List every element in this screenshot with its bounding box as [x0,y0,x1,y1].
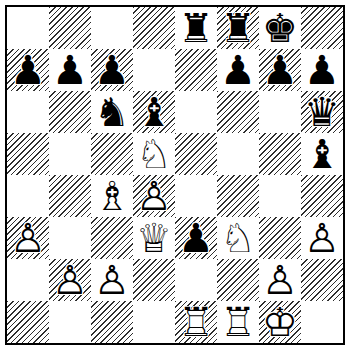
square-a3[interactable]: ♟♙ [7,217,49,259]
square-f5[interactable] [217,133,259,175]
piece-white-pawn[interactable]: ♟♙ [259,259,301,301]
piece-black-knight[interactable]: ♞ [91,91,133,133]
piece-outline-glyph: ♔ [259,301,301,343]
piece-black-pawn[interactable]: ♟ [175,217,217,259]
piece-glyph: ♟ [301,49,343,91]
square-a4[interactable] [7,175,49,217]
square-c5[interactable] [91,133,133,175]
piece-glyph: ♟ [217,49,259,91]
piece-glyph: ♜ [217,7,259,49]
piece-black-bishop[interactable]: ♝ [301,133,343,175]
square-f1[interactable]: ♜♖ [217,301,259,343]
piece-black-pawn[interactable]: ♟ [49,49,91,91]
square-e2[interactable] [175,259,217,301]
square-c6[interactable]: ♞ [91,91,133,133]
piece-white-queen[interactable]: ♛♕ [133,217,175,259]
square-e4[interactable] [175,175,217,217]
piece-black-king[interactable]: ♚ [259,7,301,49]
square-c4[interactable]: ♝♗ [91,175,133,217]
square-h7[interactable]: ♟ [301,49,343,91]
square-f3[interactable]: ♞♘ [217,217,259,259]
piece-black-pawn[interactable]: ♟ [91,49,133,91]
square-b5[interactable] [49,133,91,175]
square-c2[interactable]: ♟♙ [91,259,133,301]
piece-outline-glyph: ♙ [301,217,343,259]
square-g4[interactable] [259,175,301,217]
piece-outline-glyph: ♗ [91,175,133,217]
piece-white-rook[interactable]: ♜♖ [175,301,217,343]
square-c7[interactable]: ♟ [91,49,133,91]
square-a7[interactable]: ♟ [7,49,49,91]
piece-glyph: ♜ [175,7,217,49]
square-e1[interactable]: ♜♖ [175,301,217,343]
square-h4[interactable] [301,175,343,217]
piece-glyph: ♛ [301,91,343,133]
square-a8[interactable] [7,7,49,49]
square-h3[interactable]: ♟♙ [301,217,343,259]
square-d5[interactable]: ♞♘ [133,133,175,175]
square-b6[interactable] [49,91,91,133]
square-h2[interactable] [301,259,343,301]
square-d1[interactable] [133,301,175,343]
piece-glyph: ♟ [91,49,133,91]
square-g6[interactable] [259,91,301,133]
piece-glyph: ♟ [7,49,49,91]
square-f2[interactable] [217,259,259,301]
piece-outline-glyph: ♕ [133,217,175,259]
piece-black-pawn[interactable]: ♟ [7,49,49,91]
square-a2[interactable] [7,259,49,301]
square-g2[interactable]: ♟♙ [259,259,301,301]
piece-black-queen[interactable]: ♛ [301,91,343,133]
square-g7[interactable]: ♟ [259,49,301,91]
square-f6[interactable] [217,91,259,133]
piece-white-pawn[interactable]: ♟♙ [49,259,91,301]
piece-glyph: ♚ [259,7,301,49]
piece-black-bishop[interactable]: ♝ [133,91,175,133]
square-d3[interactable]: ♛♕ [133,217,175,259]
square-a1[interactable] [7,301,49,343]
square-c1[interactable] [91,301,133,343]
piece-outline-glyph: ♖ [217,301,259,343]
square-g5[interactable] [259,133,301,175]
piece-outline-glyph: ♙ [259,259,301,301]
piece-glyph: ♟ [175,217,217,259]
piece-black-pawn[interactable]: ♟ [259,49,301,91]
piece-glyph: ♝ [301,133,343,175]
square-b4[interactable] [49,175,91,217]
square-b3[interactable] [49,217,91,259]
square-f4[interactable] [217,175,259,217]
square-d4[interactable]: ♟♙ [133,175,175,217]
square-c8[interactable] [91,7,133,49]
piece-outline-glyph: ♙ [7,217,49,259]
piece-white-pawn[interactable]: ♟♙ [7,217,49,259]
piece-outline-glyph: ♙ [91,259,133,301]
piece-white-knight[interactable]: ♞♘ [217,217,259,259]
piece-black-pawn[interactable]: ♟ [301,49,343,91]
piece-outline-glyph: ♙ [133,175,175,217]
square-h5[interactable]: ♝ [301,133,343,175]
piece-black-pawn[interactable]: ♟ [217,49,259,91]
square-d7[interactable] [133,49,175,91]
chess-board-frame: ♜♜♚♟♟♟♟♟♟♞♝♛♞♘♝♝♗♟♙♟♙♛♕♟♞♘♟♙♟♙♟♙♟♙♜♖♜♖♚♔ [5,5,345,345]
piece-glyph: ♝ [133,91,175,133]
piece-black-rook[interactable]: ♜ [175,7,217,49]
square-g1[interactable]: ♚♔ [259,301,301,343]
piece-outline-glyph: ♙ [49,259,91,301]
chess-board: ♜♜♚♟♟♟♟♟♟♞♝♛♞♘♝♝♗♟♙♟♙♛♕♟♞♘♟♙♟♙♟♙♟♙♜♖♜♖♚♔ [7,7,343,343]
square-f7[interactable]: ♟ [217,49,259,91]
square-e3[interactable]: ♟ [175,217,217,259]
piece-glyph: ♞ [91,91,133,133]
piece-white-king[interactable]: ♚♔ [259,301,301,343]
piece-white-bishop[interactable]: ♝♗ [91,175,133,217]
piece-black-rook[interactable]: ♜ [217,7,259,49]
piece-white-pawn[interactable]: ♟♙ [91,259,133,301]
square-d2[interactable] [133,259,175,301]
piece-white-pawn[interactable]: ♟♙ [301,217,343,259]
piece-outline-glyph: ♘ [133,133,175,175]
square-h1[interactable] [301,301,343,343]
square-e6[interactable] [175,91,217,133]
square-b1[interactable] [49,301,91,343]
piece-outline-glyph: ♖ [175,301,217,343]
square-b8[interactable] [49,7,91,49]
square-b7[interactable]: ♟ [49,49,91,91]
square-g8[interactable]: ♚ [259,7,301,49]
square-h6[interactable]: ♛ [301,91,343,133]
square-a5[interactable] [7,133,49,175]
piece-white-rook[interactable]: ♜♖ [217,301,259,343]
piece-glyph: ♟ [49,49,91,91]
square-c3[interactable] [91,217,133,259]
square-d6[interactable]: ♝ [133,91,175,133]
square-h8[interactable] [301,7,343,49]
piece-white-knight[interactable]: ♞♘ [133,133,175,175]
square-f8[interactable]: ♜ [217,7,259,49]
square-b2[interactable]: ♟♙ [49,259,91,301]
square-g3[interactable] [259,217,301,259]
square-a6[interactable] [7,91,49,133]
square-e7[interactable] [175,49,217,91]
piece-glyph: ♟ [259,49,301,91]
square-e8[interactable]: ♜ [175,7,217,49]
square-e5[interactable] [175,133,217,175]
piece-white-pawn[interactable]: ♟♙ [133,175,175,217]
square-d8[interactable] [133,7,175,49]
piece-outline-glyph: ♘ [217,217,259,259]
